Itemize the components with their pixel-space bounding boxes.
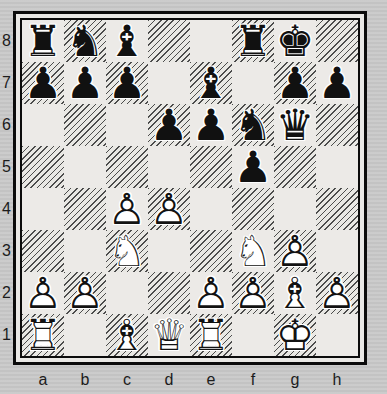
square-c3: ♞♘ xyxy=(106,230,148,272)
piece-black-knight-f6: ♞ xyxy=(232,104,274,146)
piece-fill-e2: ♟ xyxy=(190,272,232,314)
square-e6: ♟ xyxy=(190,104,232,146)
square-d7 xyxy=(148,62,190,104)
piece-white-knight-c3: ♘ xyxy=(106,230,148,272)
square-g1: ♚♔ xyxy=(274,314,316,356)
piece-fill-a1: ♜ xyxy=(22,314,64,356)
square-a3 xyxy=(22,230,64,272)
square-h3 xyxy=(316,230,358,272)
file-label-b: b xyxy=(64,368,106,392)
square-f2: ♟♙ xyxy=(232,272,274,314)
rank-label-5: 5 xyxy=(0,146,13,188)
piece-white-pawn-h2: ♙ xyxy=(316,272,358,314)
square-c5 xyxy=(106,146,148,188)
piece-black-pawn-a7: ♟ xyxy=(22,62,64,104)
piece-black-knight-b8: ♞ xyxy=(64,20,106,62)
square-e8 xyxy=(190,20,232,62)
piece-fill-c4: ♟ xyxy=(106,188,148,230)
piece-white-king-g1: ♔ xyxy=(274,314,316,356)
rank-label-6: 6 xyxy=(0,104,13,146)
square-f8: ♜ xyxy=(232,20,274,62)
square-f3: ♞♘ xyxy=(232,230,274,272)
square-g4 xyxy=(274,188,316,230)
piece-white-pawn-d4: ♙ xyxy=(148,188,190,230)
piece-fill-c1: ♝ xyxy=(106,314,148,356)
square-d2 xyxy=(148,272,190,314)
piece-fill-f2: ♟ xyxy=(232,272,274,314)
board-grid: ♜♞♝♜♚♟♟♟♝♟♟♟♟♞♛♟♟♙♟♙♞♘♞♘♟♙♟♙♟♙♟♙♟♙♝♗♟♙♜♖… xyxy=(22,20,358,356)
square-d3 xyxy=(148,230,190,272)
piece-fill-a2: ♟ xyxy=(22,272,64,314)
piece-white-pawn-f2: ♙ xyxy=(232,272,274,314)
square-a7: ♟ xyxy=(22,62,64,104)
file-label-c: c xyxy=(106,368,148,392)
piece-black-bishop-e7: ♝ xyxy=(190,62,232,104)
piece-white-pawn-g3: ♙ xyxy=(274,230,316,272)
square-b1 xyxy=(64,314,106,356)
square-c8: ♝ xyxy=(106,20,148,62)
square-c2 xyxy=(106,272,148,314)
square-d6: ♟ xyxy=(148,104,190,146)
square-e2: ♟♙ xyxy=(190,272,232,314)
square-b4 xyxy=(64,188,106,230)
file-label-g: g xyxy=(274,368,316,392)
piece-black-pawn-c7: ♟ xyxy=(106,62,148,104)
square-d1: ♛♕ xyxy=(148,314,190,356)
piece-black-pawn-g7: ♟ xyxy=(274,62,316,104)
square-b7: ♟ xyxy=(64,62,106,104)
piece-white-bishop-g2: ♗ xyxy=(274,272,316,314)
square-a2: ♟♙ xyxy=(22,272,64,314)
square-c7: ♟ xyxy=(106,62,148,104)
piece-black-bishop-c8: ♝ xyxy=(106,20,148,62)
square-f1 xyxy=(232,314,274,356)
square-g6: ♛ xyxy=(274,104,316,146)
chess-board: ♜♞♝♜♚♟♟♟♝♟♟♟♟♞♛♟♟♙♟♙♞♘♞♘♟♙♟♙♟♙♟♙♟♙♝♗♟♙♜♖… xyxy=(13,11,367,365)
square-e3 xyxy=(190,230,232,272)
piece-fill-h2: ♟ xyxy=(316,272,358,314)
piece-white-pawn-e2: ♙ xyxy=(190,272,232,314)
square-d4: ♟♙ xyxy=(148,188,190,230)
square-b2: ♟♙ xyxy=(64,272,106,314)
square-e7: ♝ xyxy=(190,62,232,104)
rank-label-2: 2 xyxy=(0,272,13,314)
square-c1: ♝♗ xyxy=(106,314,148,356)
piece-white-rook-a1: ♖ xyxy=(22,314,64,356)
square-f7 xyxy=(232,62,274,104)
square-c4: ♟♙ xyxy=(106,188,148,230)
square-f5: ♟ xyxy=(232,146,274,188)
square-h7: ♟ xyxy=(316,62,358,104)
piece-white-pawn-c4: ♙ xyxy=(106,188,148,230)
piece-fill-f3: ♞ xyxy=(232,230,274,272)
piece-fill-d1: ♛ xyxy=(148,314,190,356)
file-label-e: e xyxy=(190,368,232,392)
piece-fill-g3: ♟ xyxy=(274,230,316,272)
piece-white-pawn-b2: ♙ xyxy=(64,272,106,314)
square-e5 xyxy=(190,146,232,188)
file-label-a: a xyxy=(22,368,64,392)
file-label-h: h xyxy=(316,368,358,392)
square-f4 xyxy=(232,188,274,230)
piece-fill-c3: ♞ xyxy=(106,230,148,272)
piece-white-queen-d1: ♕ xyxy=(148,314,190,356)
piece-fill-b2: ♟ xyxy=(64,272,106,314)
square-d8 xyxy=(148,20,190,62)
piece-fill-g1: ♚ xyxy=(274,314,316,356)
square-a6 xyxy=(22,104,64,146)
piece-black-pawn-e6: ♟ xyxy=(190,104,232,146)
square-h6 xyxy=(316,104,358,146)
rank-label-3: 3 xyxy=(0,230,13,272)
square-h2: ♟♙ xyxy=(316,272,358,314)
file-label-d: d xyxy=(148,368,190,392)
square-b6 xyxy=(64,104,106,146)
square-h1 xyxy=(316,314,358,356)
chess-diagram: ♜♞♝♜♚♟♟♟♝♟♟♟♟♞♛♟♟♙♟♙♞♘♞♘♟♙♟♙♟♙♟♙♟♙♝♗♟♙♜♖… xyxy=(0,0,387,394)
square-g3: ♟♙ xyxy=(274,230,316,272)
piece-fill-e1: ♜ xyxy=(190,314,232,356)
square-c6 xyxy=(106,104,148,146)
square-g8: ♚ xyxy=(274,20,316,62)
piece-black-pawn-f5: ♟ xyxy=(232,146,274,188)
square-e1: ♜♖ xyxy=(190,314,232,356)
rank-label-1: 1 xyxy=(0,314,13,356)
square-f6: ♞ xyxy=(232,104,274,146)
piece-fill-g2: ♝ xyxy=(274,272,316,314)
piece-black-king-g8: ♚ xyxy=(274,20,316,62)
square-a4 xyxy=(22,188,64,230)
square-b3 xyxy=(64,230,106,272)
square-a5 xyxy=(22,146,64,188)
square-b5 xyxy=(64,146,106,188)
square-h4 xyxy=(316,188,358,230)
square-h8 xyxy=(316,20,358,62)
piece-black-rook-f8: ♜ xyxy=(232,20,274,62)
square-g2: ♝♗ xyxy=(274,272,316,314)
piece-black-pawn-h7: ♟ xyxy=(316,62,358,104)
piece-white-rook-e1: ♖ xyxy=(190,314,232,356)
board-border: ♜♞♝♜♚♟♟♟♝♟♟♟♟♞♛♟♟♙♟♙♞♘♞♘♟♙♟♙♟♙♟♙♟♙♝♗♟♙♜♖… xyxy=(20,18,360,358)
rank-label-7: 7 xyxy=(0,62,13,104)
square-e4 xyxy=(190,188,232,230)
rank-label-8: 8 xyxy=(0,20,13,62)
piece-black-pawn-b7: ♟ xyxy=(64,62,106,104)
square-b8: ♞ xyxy=(64,20,106,62)
square-g7: ♟ xyxy=(274,62,316,104)
square-a1: ♜♖ xyxy=(22,314,64,356)
file-label-f: f xyxy=(232,368,274,392)
piece-fill-d4: ♟ xyxy=(148,188,190,230)
piece-black-queen-g6: ♛ xyxy=(274,104,316,146)
piece-black-rook-a8: ♜ xyxy=(22,20,64,62)
square-g5 xyxy=(274,146,316,188)
rank-label-4: 4 xyxy=(0,188,13,230)
piece-white-pawn-a2: ♙ xyxy=(22,272,64,314)
square-d5 xyxy=(148,146,190,188)
piece-black-pawn-d6: ♟ xyxy=(148,104,190,146)
piece-white-bishop-c1: ♗ xyxy=(106,314,148,356)
square-a8: ♜ xyxy=(22,20,64,62)
square-h5 xyxy=(316,146,358,188)
piece-white-knight-f3: ♘ xyxy=(232,230,274,272)
